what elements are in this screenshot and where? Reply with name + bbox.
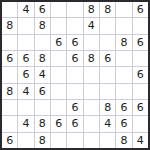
- cell-r9c8[interactable]: 8: [116, 133, 131, 148]
- cell-r4c8[interactable]: [116, 51, 131, 66]
- cell-r1c5[interactable]: [67, 2, 82, 17]
- cell-r7c2[interactable]: [18, 100, 33, 115]
- cell-r1c1[interactable]: [2, 2, 17, 17]
- cell-r7c7[interactable]: 8: [100, 100, 115, 115]
- cell-r5c5[interactable]: [67, 67, 82, 82]
- cell-r5c7[interactable]: [100, 67, 115, 82]
- cell-r7c6[interactable]: [84, 100, 99, 115]
- cell-r1c9[interactable]: 6: [133, 2, 148, 17]
- puzzle-grid: 46886884668666868664684668664866466884: [0, 0, 150, 150]
- cell-r3c2[interactable]: [18, 35, 33, 50]
- cell-r9c7[interactable]: [100, 133, 115, 148]
- cell-r2c7[interactable]: [100, 18, 115, 33]
- cell-r3c1[interactable]: [2, 35, 17, 50]
- cell-r4c7[interactable]: 6: [100, 51, 115, 66]
- cell-r9c3[interactable]: 8: [35, 133, 50, 148]
- cell-r7c4[interactable]: [51, 100, 66, 115]
- cell-r5c2[interactable]: 6: [18, 67, 33, 82]
- cell-r3c9[interactable]: 6: [133, 35, 148, 50]
- cell-r6c9[interactable]: [133, 84, 148, 99]
- cell-r5c3[interactable]: 4: [35, 67, 50, 82]
- cell-r6c6[interactable]: [84, 84, 99, 99]
- cell-r7c8[interactable]: 6: [116, 100, 131, 115]
- cell-r6c7[interactable]: [100, 84, 115, 99]
- cell-r9c9[interactable]: 4: [133, 133, 148, 148]
- cell-r1c6[interactable]: 8: [84, 2, 99, 17]
- cell-r6c8[interactable]: [116, 84, 131, 99]
- cell-r8c1[interactable]: [2, 116, 17, 131]
- cell-r6c5[interactable]: [67, 84, 82, 99]
- cell-r1c2[interactable]: 4: [18, 2, 33, 17]
- cell-r4c5[interactable]: 6: [67, 51, 82, 66]
- cell-r6c3[interactable]: 6: [35, 84, 50, 99]
- cell-r6c2[interactable]: 4: [18, 84, 33, 99]
- cell-r9c6[interactable]: [84, 133, 99, 148]
- cell-r6c1[interactable]: 8: [2, 84, 17, 99]
- cell-r7c3[interactable]: [35, 100, 50, 115]
- cell-r5c6[interactable]: [84, 67, 99, 82]
- cell-r2c8[interactable]: [116, 18, 131, 33]
- cell-r2c4[interactable]: [51, 18, 66, 33]
- cell-r3c5[interactable]: 6: [67, 35, 82, 50]
- puzzle-board: 46886884668666868664684668664866466884: [0, 0, 150, 150]
- cell-r1c8[interactable]: [116, 2, 131, 17]
- cell-r8c7[interactable]: 4: [100, 116, 115, 131]
- cell-r4c6[interactable]: 8: [84, 51, 99, 66]
- cell-r9c1[interactable]: 6: [2, 133, 17, 148]
- cell-r3c8[interactable]: 8: [116, 35, 131, 50]
- cell-r3c7[interactable]: [100, 35, 115, 50]
- cell-r6c4[interactable]: [51, 84, 66, 99]
- cell-r2c6[interactable]: 4: [84, 18, 99, 33]
- cell-r7c1[interactable]: [2, 100, 17, 115]
- cell-r9c2[interactable]: [18, 133, 33, 148]
- cell-r5c8[interactable]: [116, 67, 131, 82]
- cell-r5c9[interactable]: 6: [133, 67, 148, 82]
- cell-r4c2[interactable]: 6: [18, 51, 33, 66]
- cell-r2c1[interactable]: 8: [2, 18, 17, 33]
- cell-r2c9[interactable]: [133, 18, 148, 33]
- cell-r2c2[interactable]: [18, 18, 33, 33]
- cell-r7c5[interactable]: 6: [67, 100, 82, 115]
- cell-r8c3[interactable]: 8: [35, 116, 50, 131]
- cell-r8c2[interactable]: 4: [18, 116, 33, 131]
- cell-r4c4[interactable]: [51, 51, 66, 66]
- cell-r8c9[interactable]: [133, 116, 148, 131]
- cell-r8c5[interactable]: 6: [67, 116, 82, 131]
- cell-r2c5[interactable]: [67, 18, 82, 33]
- cell-r4c9[interactable]: [133, 51, 148, 66]
- cell-r3c4[interactable]: 6: [51, 35, 66, 50]
- cell-r4c1[interactable]: 6: [2, 51, 17, 66]
- cell-r1c3[interactable]: 6: [35, 2, 50, 17]
- cell-r8c4[interactable]: 6: [51, 116, 66, 131]
- cell-r9c5[interactable]: [67, 133, 82, 148]
- cell-r5c4[interactable]: [51, 67, 66, 82]
- cell-r9c4[interactable]: [51, 133, 66, 148]
- cell-r1c4[interactable]: [51, 2, 66, 17]
- cell-r7c9[interactable]: 6: [133, 100, 148, 115]
- cell-r4c3[interactable]: 8: [35, 51, 50, 66]
- cell-r5c1[interactable]: [2, 67, 17, 82]
- cell-r2c3[interactable]: 8: [35, 18, 50, 33]
- cell-r8c6[interactable]: [84, 116, 99, 131]
- cell-r8c8[interactable]: 6: [116, 116, 131, 131]
- cell-r1c7[interactable]: 8: [100, 2, 115, 17]
- cell-r3c6[interactable]: [84, 35, 99, 50]
- cell-r3c3[interactable]: [35, 35, 50, 50]
